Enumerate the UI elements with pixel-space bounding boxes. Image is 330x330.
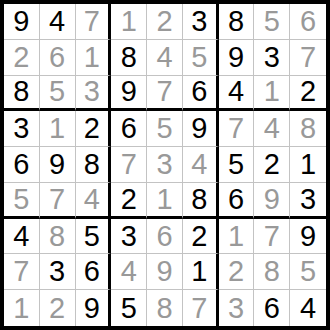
cell-r9c1[interactable]: 1 <box>4 290 40 326</box>
cell-r4c9[interactable]: 8 <box>290 111 326 147</box>
cell-r8c7[interactable]: 2 <box>219 254 255 290</box>
cell-r8c6[interactable]: 1 <box>183 254 219 290</box>
cell-r9c9[interactable]: 4 <box>290 290 326 326</box>
cell-r2c5[interactable]: 4 <box>147 40 183 76</box>
sudoku-board: 9471238562618459378539764123126597486987… <box>0 0 330 330</box>
cell-r4c3[interactable]: 2 <box>76 111 112 147</box>
cell-r4c2[interactable]: 1 <box>40 111 76 147</box>
cell-r7c2[interactable]: 8 <box>40 219 76 255</box>
cell-r3c5[interactable]: 7 <box>147 76 183 112</box>
cell-r5c9[interactable]: 1 <box>290 147 326 183</box>
cell-r5c3[interactable]: 8 <box>76 147 112 183</box>
cell-r2c3[interactable]: 1 <box>76 40 112 76</box>
cell-r7c8[interactable]: 7 <box>254 219 290 255</box>
cell-r8c4[interactable]: 4 <box>111 254 147 290</box>
cell-r3c7[interactable]: 4 <box>219 76 255 112</box>
cell-r5c8[interactable]: 2 <box>254 147 290 183</box>
cell-r6c5[interactable]: 1 <box>147 183 183 219</box>
cell-r8c5[interactable]: 9 <box>147 254 183 290</box>
cell-r1c9[interactable]: 6 <box>290 4 326 40</box>
cell-r1c6[interactable]: 3 <box>183 4 219 40</box>
cell-r6c7[interactable]: 6 <box>219 183 255 219</box>
cell-r2c9[interactable]: 7 <box>290 40 326 76</box>
cell-r9c3[interactable]: 9 <box>76 290 112 326</box>
cell-r1c1[interactable]: 9 <box>4 4 40 40</box>
cell-r8c1[interactable]: 7 <box>4 254 40 290</box>
cell-r5c1[interactable]: 6 <box>4 147 40 183</box>
cell-r2c7[interactable]: 9 <box>219 40 255 76</box>
cell-r5c7[interactable]: 5 <box>219 147 255 183</box>
cell-r6c3[interactable]: 4 <box>76 183 112 219</box>
cell-r4c5[interactable]: 5 <box>147 111 183 147</box>
cell-r9c4[interactable]: 5 <box>111 290 147 326</box>
cell-r8c8[interactable]: 8 <box>254 254 290 290</box>
cell-r3c6[interactable]: 6 <box>183 76 219 112</box>
cell-r1c2[interactable]: 4 <box>40 4 76 40</box>
cell-r7c5[interactable]: 6 <box>147 219 183 255</box>
cell-r2c2[interactable]: 6 <box>40 40 76 76</box>
cell-r9c5[interactable]: 8 <box>147 290 183 326</box>
cell-r8c9[interactable]: 5 <box>290 254 326 290</box>
cell-r3c3[interactable]: 3 <box>76 76 112 112</box>
cell-r1c8[interactable]: 5 <box>254 4 290 40</box>
cell-r6c6[interactable]: 8 <box>183 183 219 219</box>
cell-r9c6[interactable]: 7 <box>183 290 219 326</box>
cell-r6c2[interactable]: 7 <box>40 183 76 219</box>
cell-r7c6[interactable]: 2 <box>183 219 219 255</box>
cell-r1c4[interactable]: 1 <box>111 4 147 40</box>
cell-r2c6[interactable]: 5 <box>183 40 219 76</box>
cell-r7c9[interactable]: 9 <box>290 219 326 255</box>
cell-r8c2[interactable]: 3 <box>40 254 76 290</box>
cell-r9c2[interactable]: 2 <box>40 290 76 326</box>
cell-r5c4[interactable]: 7 <box>111 147 147 183</box>
cell-r6c1[interactable]: 5 <box>4 183 40 219</box>
cell-r9c8[interactable]: 6 <box>254 290 290 326</box>
cell-r3c1[interactable]: 8 <box>4 76 40 112</box>
cell-r3c9[interactable]: 2 <box>290 76 326 112</box>
cell-r7c4[interactable]: 3 <box>111 219 147 255</box>
cell-r1c5[interactable]: 2 <box>147 4 183 40</box>
cell-r7c3[interactable]: 5 <box>76 219 112 255</box>
cell-r7c7[interactable]: 1 <box>219 219 255 255</box>
cell-r5c2[interactable]: 9 <box>40 147 76 183</box>
cell-r4c1[interactable]: 3 <box>4 111 40 147</box>
cell-r2c8[interactable]: 3 <box>254 40 290 76</box>
cell-r2c1[interactable]: 2 <box>4 40 40 76</box>
cell-r4c4[interactable]: 6 <box>111 111 147 147</box>
cell-r6c8[interactable]: 9 <box>254 183 290 219</box>
cell-r9c7[interactable]: 3 <box>219 290 255 326</box>
cell-r5c6[interactable]: 4 <box>183 147 219 183</box>
cell-r6c4[interactable]: 2 <box>111 183 147 219</box>
cell-r4c7[interactable]: 7 <box>219 111 255 147</box>
cell-r7c1[interactable]: 4 <box>4 219 40 255</box>
cell-r1c3[interactable]: 7 <box>76 4 112 40</box>
cell-r3c8[interactable]: 1 <box>254 76 290 112</box>
cell-r4c6[interactable]: 9 <box>183 111 219 147</box>
cell-r5c5[interactable]: 3 <box>147 147 183 183</box>
cell-r8c3[interactable]: 6 <box>76 254 112 290</box>
cell-r3c2[interactable]: 5 <box>40 76 76 112</box>
cell-r2c4[interactable]: 8 <box>111 40 147 76</box>
cell-r6c9[interactable]: 3 <box>290 183 326 219</box>
cell-r3c4[interactable]: 9 <box>111 76 147 112</box>
cell-r4c8[interactable]: 4 <box>254 111 290 147</box>
cell-r1c7[interactable]: 8 <box>219 4 255 40</box>
